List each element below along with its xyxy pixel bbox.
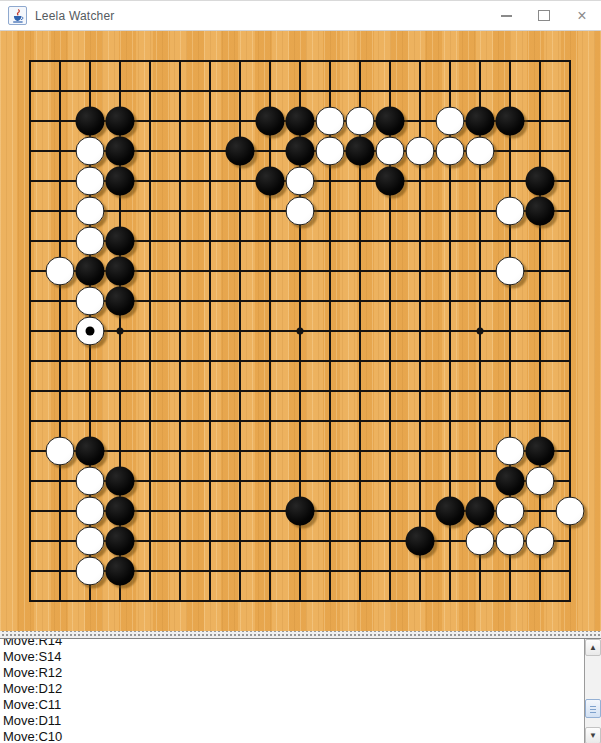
black-stone	[286, 497, 315, 526]
black-stone	[286, 107, 315, 136]
black-stone	[496, 467, 525, 496]
black-stone	[496, 107, 525, 136]
white-stone	[466, 137, 495, 166]
close-button[interactable]: ×	[563, 1, 601, 30]
white-stone	[496, 497, 525, 526]
star-point	[297, 328, 304, 335]
white-stone	[436, 137, 465, 166]
black-stone	[376, 167, 405, 196]
white-stone	[76, 467, 105, 496]
window-controls: ×	[487, 1, 601, 30]
window-title: Leela Watcher	[35, 9, 115, 23]
black-stone	[76, 107, 105, 136]
black-stone	[466, 497, 495, 526]
move-log-panel[interactable]: Move:R14 Move:S14 Move:R12 Move:D12 Move…	[0, 639, 601, 743]
black-stone	[256, 107, 285, 136]
white-stone	[526, 527, 555, 556]
white-stone	[76, 497, 105, 526]
white-stone	[346, 107, 375, 136]
split-divider[interactable]	[0, 631, 601, 639]
move-log-entry: Move:D11	[3, 713, 601, 729]
black-stone	[106, 527, 135, 556]
black-stone	[106, 467, 135, 496]
white-stone	[376, 137, 405, 166]
grid-line-horizontal	[29, 360, 571, 362]
move-log-entry: Move:C10	[3, 729, 601, 743]
grid-line-vertical	[539, 60, 541, 602]
black-stone	[106, 257, 135, 286]
white-stone	[496, 527, 525, 556]
black-stone	[76, 437, 105, 466]
maximize-button[interactable]	[525, 1, 563, 30]
black-stone	[106, 287, 135, 316]
maximize-icon	[538, 10, 550, 21]
black-stone	[406, 527, 435, 556]
white-stone	[76, 227, 105, 256]
black-stone	[106, 557, 135, 586]
black-stone	[526, 437, 555, 466]
black-stone	[256, 167, 285, 196]
star-point	[117, 328, 124, 335]
black-stone	[106, 227, 135, 256]
title-bar[interactable]: Leela Watcher ×	[0, 1, 601, 31]
black-stone	[286, 137, 315, 166]
black-stone	[436, 497, 465, 526]
black-stone	[346, 137, 375, 166]
move-log-entry: Move:R14	[3, 639, 601, 649]
white-stone	[46, 257, 75, 286]
white-stone	[316, 107, 345, 136]
grid-line-horizontal	[29, 600, 571, 602]
black-stone	[226, 137, 255, 166]
white-stone	[526, 467, 555, 496]
grid-line-horizontal	[29, 390, 571, 392]
black-stone	[106, 167, 135, 196]
black-stone	[376, 107, 405, 136]
black-stone	[106, 497, 135, 526]
black-stone	[76, 257, 105, 286]
grid-line-horizontal	[29, 450, 571, 452]
black-stone	[466, 107, 495, 136]
white-stone	[496, 197, 525, 226]
white-stone	[286, 167, 315, 196]
go-board[interactable]	[0, 31, 601, 631]
move-log-entry: Move:R12	[3, 665, 601, 681]
white-stone	[76, 197, 105, 226]
grid-line-horizontal	[29, 420, 571, 422]
minimize-icon	[501, 15, 512, 17]
white-stone	[46, 437, 75, 466]
white-stone	[556, 497, 585, 526]
move-log-list: Move:R14 Move:S14 Move:R12 Move:D12 Move…	[0, 639, 601, 743]
white-stone	[406, 137, 435, 166]
move-log-entry: Move:D12	[3, 681, 601, 697]
white-stone	[286, 197, 315, 226]
move-log-entry: Move:C11	[3, 697, 601, 713]
black-stone	[106, 137, 135, 166]
white-stone	[496, 257, 525, 286]
white-stone	[436, 107, 465, 136]
scroll-up-button[interactable]: ▲	[585, 639, 601, 656]
move-log-entry: Move:S14	[3, 649, 601, 665]
white-stone	[76, 287, 105, 316]
white-stone	[76, 137, 105, 166]
white-stone	[76, 167, 105, 196]
app-window: Leela Watcher × Move:R14 Move:S14 Move:R…	[0, 0, 601, 743]
last-move-marker	[86, 327, 95, 336]
white-stone	[466, 527, 495, 556]
white-stone	[76, 557, 105, 586]
white-stone	[76, 527, 105, 556]
scrollbar-thumb[interactable]	[585, 699, 601, 718]
white-stone	[316, 137, 345, 166]
white-stone	[496, 437, 525, 466]
scroll-down-button[interactable]: ▼	[585, 727, 601, 743]
log-scrollbar[interactable]: ▲ ▼	[584, 639, 601, 743]
minimize-button[interactable]	[487, 1, 525, 30]
star-point	[477, 328, 484, 335]
black-stone	[526, 167, 555, 196]
black-stone	[526, 197, 555, 226]
java-coffee-cup-icon	[8, 6, 27, 25]
black-stone	[106, 107, 135, 136]
